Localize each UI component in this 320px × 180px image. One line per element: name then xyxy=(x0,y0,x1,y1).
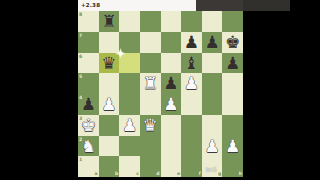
square-b2[interactable] xyxy=(99,136,120,157)
square-f5[interactable]: ♟ xyxy=(181,73,202,94)
square-a6[interactable]: 6 xyxy=(78,53,99,74)
square-a1[interactable]: 1a xyxy=(78,156,99,177)
square-f3[interactable] xyxy=(181,115,202,136)
square-h4[interactable] xyxy=(222,94,243,115)
rank-label-5: 5 xyxy=(79,74,82,79)
square-h3[interactable] xyxy=(222,115,243,136)
square-f7[interactable]: ♟ xyxy=(181,32,202,53)
square-e4[interactable]: ♟ xyxy=(161,94,182,115)
file-label-a: a xyxy=(95,171,98,176)
file-label-b: b xyxy=(115,171,118,176)
watermark-text: In5 xyxy=(206,166,217,174)
square-d7[interactable] xyxy=(140,32,161,53)
square-g8[interactable] xyxy=(202,11,223,32)
square-b7[interactable] xyxy=(99,32,120,53)
file-label-e: e xyxy=(177,171,180,176)
square-d1[interactable]: d xyxy=(140,156,161,177)
square-h1[interactable]: h xyxy=(222,156,243,177)
black-pawn-g7[interactable]: ♟ xyxy=(202,32,223,53)
square-c3[interactable]: ♟ xyxy=(119,115,140,136)
square-h8[interactable] xyxy=(222,11,243,32)
square-a5[interactable]: 5 xyxy=(78,73,99,94)
square-d6[interactable] xyxy=(140,53,161,74)
white-pawn-e4[interactable]: ♟ xyxy=(161,94,182,115)
square-h7[interactable]: ♚ xyxy=(222,32,243,53)
square-a4[interactable]: 4♟ xyxy=(78,94,99,115)
file-label-h: h xyxy=(239,171,242,176)
white-pawn-h2[interactable]: ♟ xyxy=(222,136,243,157)
square-e1[interactable]: e xyxy=(161,156,182,177)
square-e8[interactable] xyxy=(161,11,182,32)
square-c2[interactable] xyxy=(119,136,140,157)
white-pawn-c3[interactable]: ♟ xyxy=(119,115,140,136)
black-pawn-a4[interactable]: ♟ xyxy=(78,94,99,115)
square-e5[interactable]: ♟ xyxy=(161,73,182,94)
rank-label-8: 8 xyxy=(79,12,82,17)
black-king-h7[interactable]: ♚ xyxy=(222,32,243,53)
square-d8[interactable] xyxy=(140,11,161,32)
black-queen-b6[interactable]: ♛ xyxy=(99,53,120,74)
black-bishop-f6[interactable]: ♝ xyxy=(181,53,202,74)
square-b3[interactable] xyxy=(99,115,120,136)
black-pawn-h6[interactable]: ♟ xyxy=(222,53,243,74)
file-label-c: c xyxy=(136,171,139,176)
white-pawn-f5[interactable]: ♟ xyxy=(181,73,202,94)
rank-label-7: 7 xyxy=(79,33,82,38)
square-d2[interactable] xyxy=(140,136,161,157)
square-a7[interactable]: 7 xyxy=(78,32,99,53)
square-e2[interactable] xyxy=(161,136,182,157)
square-g4[interactable] xyxy=(202,94,223,115)
white-pawn-b4[interactable]: ♟ xyxy=(99,94,120,115)
square-f1[interactable]: f xyxy=(181,156,202,177)
square-g3[interactable] xyxy=(202,115,223,136)
file-label-g: g xyxy=(218,171,221,176)
square-g6[interactable] xyxy=(202,53,223,74)
white-pawn-g2[interactable]: ♟ xyxy=(202,136,223,157)
square-b5[interactable] xyxy=(99,73,120,94)
black-pawn-e5[interactable]: ♟ xyxy=(161,73,182,94)
chess-board[interactable]: 8♜7♟♟♚6♛♝♟5♜♟♟4♟♟♟3♚♟♛2♞♟♟1abcdefgh xyxy=(78,11,243,177)
white-king-a3[interactable]: ♚ xyxy=(78,115,99,136)
square-c1[interactable]: c xyxy=(119,156,140,177)
file-label-f: f xyxy=(199,171,201,176)
rank-label-6: 6 xyxy=(79,54,82,59)
square-h5[interactable] xyxy=(222,73,243,94)
square-a8[interactable]: 8 xyxy=(78,11,99,32)
video-frame: +2.38 8♜7♟♟♚6♛♝♟5♜♟♟4♟♟♟3♚♟♛2♞♟♟1abcdefg… xyxy=(0,0,320,180)
square-g2[interactable]: ♟ xyxy=(202,136,223,157)
square-c5[interactable] xyxy=(119,73,140,94)
black-rook-b8[interactable]: ♜ xyxy=(99,11,120,32)
square-e3[interactable] xyxy=(161,115,182,136)
square-f8[interactable] xyxy=(181,11,202,32)
square-b1[interactable]: b xyxy=(99,156,120,177)
evaluation-bar: +2.38 xyxy=(78,0,243,11)
square-g7[interactable]: ♟ xyxy=(202,32,223,53)
square-c8[interactable] xyxy=(119,11,140,32)
square-d4[interactable] xyxy=(140,94,161,115)
white-knight-a2[interactable]: ♞ xyxy=(78,136,99,157)
square-c4[interactable] xyxy=(119,94,140,115)
square-a2[interactable]: 2♞ xyxy=(78,136,99,157)
white-rook-d5[interactable]: ♜ xyxy=(140,73,161,94)
square-c7[interactable] xyxy=(119,32,140,53)
square-f4[interactable] xyxy=(181,94,202,115)
rank-label-1: 1 xyxy=(79,157,82,162)
topbar-dark-segment xyxy=(243,0,290,11)
square-b8[interactable]: ♜ xyxy=(99,11,120,32)
square-b6[interactable]: ♛ xyxy=(99,53,120,74)
square-d5[interactable]: ♜ xyxy=(140,73,161,94)
square-b4[interactable]: ♟ xyxy=(99,94,120,115)
square-h6[interactable]: ♟ xyxy=(222,53,243,74)
black-pawn-f7[interactable]: ♟ xyxy=(181,32,202,53)
square-a3[interactable]: 3♚ xyxy=(78,115,99,136)
square-e7[interactable] xyxy=(161,32,182,53)
square-g5[interactable] xyxy=(202,73,223,94)
square-h2[interactable]: ♟ xyxy=(222,136,243,157)
square-f6[interactable]: ♝ xyxy=(181,53,202,74)
square-e6[interactable] xyxy=(161,53,182,74)
square-d3[interactable]: ♛ xyxy=(140,115,161,136)
square-c6[interactable] xyxy=(119,53,140,74)
white-queen-d3[interactable]: ♛ xyxy=(140,115,161,136)
file-label-d: d xyxy=(156,171,159,176)
evaluation-score: +2.38 xyxy=(81,1,100,10)
square-f2[interactable] xyxy=(181,136,202,157)
